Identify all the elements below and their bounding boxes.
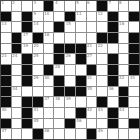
clue-number: 47 <box>2 129 7 133</box>
white-cell-r6c2[interactable]: 24 <box>12 54 22 64</box>
black-cell-r2c3 <box>22 12 32 22</box>
black-cell-r11c3 <box>22 108 32 118</box>
white-cell-r12c2[interactable] <box>12 119 22 129</box>
white-cell-r1c1[interactable]: 1 <box>1 1 11 11</box>
white-cell-r1c13[interactable] <box>129 1 139 11</box>
black-cell-r5c2 <box>12 44 22 54</box>
white-cell-r8c4[interactable]: 29 <box>33 76 43 86</box>
clue-number: 34 <box>12 87 17 91</box>
white-cell-r7c12[interactable] <box>119 65 129 75</box>
black-cell-r7c1 <box>1 65 11 75</box>
clue-number: 23 <box>2 54 7 58</box>
white-cell-r9c3[interactable] <box>22 87 32 97</box>
white-cell-r11c4[interactable]: 41 <box>33 108 43 118</box>
white-cell-r8c7[interactable] <box>65 76 75 86</box>
black-cell-r9c6 <box>54 87 64 97</box>
white-cell-r1c11[interactable]: 7 <box>108 1 118 11</box>
white-cell-r13c7[interactable] <box>65 129 75 139</box>
black-cell-r1c10 <box>97 1 107 11</box>
black-cell-r7c5 <box>44 65 54 75</box>
white-cell-r8c12[interactable]: 32 <box>119 76 129 86</box>
white-cell-r1c8[interactable]: 5 <box>76 1 86 11</box>
white-cell-r4c12[interactable] <box>119 33 129 43</box>
clue-number: 10 <box>44 12 49 16</box>
black-cell-r2c1 <box>1 12 11 22</box>
white-cell-r13c2[interactable] <box>12 129 22 139</box>
black-cell-r7c13 <box>129 65 139 75</box>
black-cell-r8c8 <box>76 76 86 86</box>
white-cell-r3c13[interactable] <box>129 22 139 32</box>
white-cell-r1c2[interactable]: 2 <box>12 1 22 11</box>
black-cell-r4c11 <box>108 33 118 43</box>
black-cell-r13c4 <box>33 129 43 139</box>
clue-number: 8 <box>119 1 122 5</box>
white-cell-r9c13[interactable] <box>129 87 139 97</box>
clue-number: 1 <box>2 1 5 5</box>
white-cell-r13c1[interactable]: 47 <box>1 129 11 139</box>
white-cell-r10c5[interactable]: 37 <box>44 97 54 107</box>
clue-number: 40 <box>2 108 7 112</box>
white-cell-r13c12[interactable] <box>119 129 129 139</box>
black-cell-r5c13 <box>129 44 139 54</box>
white-cell-r12c9[interactable] <box>87 119 97 129</box>
white-cell-r3c12[interactable]: 16 <box>119 22 129 32</box>
white-cell-r9c5[interactable] <box>44 87 54 97</box>
white-cell-r11c2[interactable] <box>12 108 22 118</box>
black-cell-r3c6 <box>54 22 64 32</box>
white-cell-r9c4[interactable] <box>33 87 43 97</box>
clue-number: 26 <box>66 54 71 58</box>
black-cell-r9c8 <box>76 87 86 97</box>
clue-number: 33 <box>130 76 135 80</box>
white-cell-r1c6[interactable]: 4 <box>54 1 64 11</box>
white-cell-r2c9[interactable] <box>87 12 97 22</box>
white-cell-r4c3[interactable]: 17 <box>22 33 32 43</box>
clue-number: 15 <box>66 22 71 26</box>
white-cell-r3c9[interactable] <box>87 22 97 32</box>
white-cell-r12c8[interactable]: 46 <box>76 119 86 129</box>
white-cell-r5c11[interactable] <box>108 44 118 54</box>
white-cell-r10c7[interactable]: 39 <box>65 97 75 107</box>
black-cell-r7c3 <box>22 65 32 75</box>
white-cell-r11c13[interactable] <box>129 108 139 118</box>
black-cell-r4c13 <box>129 33 139 43</box>
white-cell-r6c7[interactable]: 26 <box>65 54 75 64</box>
clue-number: 9 <box>34 12 37 16</box>
clue-number: 16 <box>119 22 124 26</box>
clue-number: 13 <box>2 22 7 26</box>
white-cell-r2c12[interactable] <box>119 12 129 22</box>
white-cell-r12c12[interactable] <box>119 119 129 129</box>
black-cell-r2c13 <box>129 12 139 22</box>
clue-number: 22 <box>98 44 103 48</box>
black-cell-r3c11 <box>108 22 118 32</box>
black-cell-r6c13 <box>129 54 139 64</box>
clue-number: 20 <box>34 44 39 48</box>
white-cell-r5c3[interactable]: 19 <box>22 44 32 54</box>
white-cell-r3c7[interactable]: 15 <box>65 22 75 32</box>
clue-number: 32 <box>119 76 124 80</box>
white-cell-r2c2[interactable] <box>12 12 22 22</box>
white-cell-r4c6[interactable] <box>54 33 64 43</box>
white-cell-r1c7[interactable] <box>65 1 75 11</box>
white-cell-r12c6[interactable] <box>54 119 64 129</box>
clue-number: 4 <box>55 1 58 5</box>
white-cell-r4c1[interactable] <box>1 33 11 43</box>
white-cell-r4c5[interactable]: 18 <box>44 33 54 43</box>
white-cell-r13c3[interactable] <box>22 129 32 139</box>
clue-number: 45 <box>34 119 39 123</box>
black-cell-r2c7 <box>65 12 75 22</box>
clue-number: 25 <box>34 54 39 58</box>
black-cell-r2c11 <box>108 12 118 22</box>
black-cell-r5c6 <box>54 44 64 54</box>
white-cell-r3c2[interactable] <box>12 22 22 32</box>
white-cell-r7c4[interactable] <box>33 65 43 75</box>
black-cell-r8c11 <box>108 76 118 86</box>
clue-number: 5 <box>76 1 79 5</box>
white-cell-r9c10[interactable] <box>97 87 107 97</box>
black-cell-r4c10 <box>97 33 107 43</box>
white-cell-r12c5[interactable] <box>44 119 54 129</box>
white-cell-r4c9[interactable] <box>87 33 97 43</box>
black-cell-r10c10 <box>97 97 107 107</box>
white-cell-r1c3[interactable] <box>22 1 32 11</box>
clue-number: 37 <box>44 97 49 101</box>
white-cell-r13c5[interactable]: 48 <box>44 129 54 139</box>
white-cell-r5c10[interactable]: 22 <box>97 44 107 54</box>
black-cell-r7c9 <box>87 65 97 75</box>
white-cell-r1c12[interactable]: 8 <box>119 1 129 11</box>
white-cell-r3c4[interactable]: 14 <box>33 22 43 32</box>
white-cell-r11c6[interactable] <box>54 108 64 118</box>
black-cell-r6c6 <box>54 54 64 64</box>
clue-number: 35 <box>87 87 92 91</box>
white-cell-r13c6[interactable] <box>54 129 64 139</box>
black-cell-r10c4 <box>33 97 43 107</box>
clue-number: 48 <box>44 129 49 133</box>
white-cell-r2c8[interactable]: 11 <box>76 12 86 22</box>
white-cell-r9c9[interactable]: 35 <box>87 87 97 97</box>
white-cell-r2c5[interactable]: 10 <box>44 12 54 22</box>
black-cell-r7c11 <box>108 65 118 75</box>
white-cell-r11c12[interactable]: 44 <box>119 108 129 118</box>
white-cell-r12c4[interactable]: 45 <box>33 119 43 129</box>
black-cell-r13c9 <box>87 129 97 139</box>
white-cell-r6c1[interactable]: 23 <box>1 54 11 64</box>
white-cell-r6c5[interactable] <box>44 54 54 64</box>
black-cell-r10c1 <box>1 97 11 107</box>
white-cell-r11c5[interactable] <box>44 108 54 118</box>
white-cell-r11c7[interactable] <box>65 108 75 118</box>
crossword-grid: 1234567891011121314151617181920212223242… <box>0 0 140 140</box>
white-cell-r6c9[interactable]: 27 <box>87 54 97 64</box>
clue-number: 21 <box>87 44 92 48</box>
white-cell-r7c10[interactable] <box>97 65 107 75</box>
clue-number: 27 <box>87 54 92 58</box>
white-cell-r6c10[interactable] <box>97 54 107 64</box>
white-cell-r7c2[interactable] <box>12 65 22 75</box>
white-cell-r13c8[interactable] <box>76 129 86 139</box>
clue-number: 39 <box>66 97 71 101</box>
black-cell-r1c5 <box>44 1 54 11</box>
black-cell-r6c3 <box>22 54 32 64</box>
clue-number: 46 <box>76 119 81 123</box>
black-cell-r8c1 <box>1 76 11 86</box>
white-cell-r3c5[interactable] <box>44 22 54 32</box>
clue-number: 29 <box>34 76 39 80</box>
white-cell-r10c6[interactable]: 38 <box>54 97 64 107</box>
white-cell-r1c9[interactable]: 6 <box>87 1 97 11</box>
black-cell-r3c3 <box>22 22 32 32</box>
white-cell-r10c2[interactable] <box>12 97 22 107</box>
clue-number: 41 <box>34 108 39 112</box>
clue-number: 36 <box>108 87 113 91</box>
white-cell-r8c2[interactable] <box>12 76 22 86</box>
black-cell-r9c12 <box>119 87 129 97</box>
black-cell-r4c2 <box>12 33 22 43</box>
black-cell-r10c3 <box>22 97 32 107</box>
clue-number: 28 <box>55 65 60 69</box>
clue-number: 24 <box>12 54 17 58</box>
clue-number: 44 <box>119 108 124 112</box>
white-cell-r1c4[interactable]: 3 <box>33 1 43 11</box>
clue-number: 14 <box>34 22 39 26</box>
black-cell-r8c3 <box>22 76 32 86</box>
white-cell-r10c8[interactable] <box>76 97 86 107</box>
white-cell-r2c4[interactable]: 9 <box>33 12 43 22</box>
clue-number: 31 <box>87 76 92 80</box>
white-cell-r5c4[interactable]: 20 <box>33 44 43 54</box>
black-cell-r9c7 <box>65 87 75 97</box>
white-cell-r5c9[interactable]: 21 <box>87 44 97 54</box>
clue-number: 3 <box>34 1 37 5</box>
white-cell-r10c9[interactable] <box>87 97 97 107</box>
white-cell-r8c9[interactable]: 31 <box>87 76 97 86</box>
white-cell-r3c8[interactable] <box>76 22 86 32</box>
black-cell-r12c3 <box>22 119 32 129</box>
clue-number: 2 <box>12 1 15 5</box>
white-cell-r7c7[interactable] <box>65 65 75 75</box>
white-cell-r8c5[interactable]: 30 <box>44 76 54 86</box>
clue-number: 7 <box>108 1 111 5</box>
white-cell-r11c10[interactable]: 43 <box>97 108 107 118</box>
white-cell-r13c11[interactable] <box>108 129 118 139</box>
clue-number: 42 <box>87 108 92 112</box>
white-cell-r12c10[interactable] <box>97 119 107 129</box>
black-cell-r5c8 <box>76 44 86 54</box>
clue-number: 17 <box>23 33 28 37</box>
white-cell-r11c1[interactable]: 40 <box>1 108 11 118</box>
white-cell-r10c11[interactable] <box>108 97 118 107</box>
clue-number: 49 <box>98 129 103 133</box>
white-cell-r4c7[interactable] <box>65 33 75 43</box>
white-cell-r10c13[interactable] <box>129 97 139 107</box>
black-cell-r10c12 <box>119 97 129 107</box>
white-cell-r6c4[interactable]: 25 <box>33 54 43 64</box>
white-cell-r6c12[interactable] <box>119 54 129 64</box>
white-cell-r7c8[interactable] <box>76 65 86 75</box>
white-cell-r5c12[interactable] <box>119 44 129 54</box>
black-cell-r6c8 <box>76 54 86 64</box>
black-cell-r11c11 <box>108 108 118 118</box>
black-cell-r12c11 <box>108 119 118 129</box>
white-cell-r7c6[interactable]: 28 <box>54 65 64 75</box>
clue-number: 38 <box>55 97 60 101</box>
black-cell-r12c1 <box>1 119 11 129</box>
white-cell-r13c13[interactable] <box>129 129 139 139</box>
black-cell-r6c11 <box>108 54 118 64</box>
black-cell-r12c7 <box>65 119 75 129</box>
white-cell-r5c5[interactable] <box>44 44 54 54</box>
white-cell-r4c8[interactable] <box>76 33 86 43</box>
clue-number: 30 <box>44 76 49 80</box>
white-cell-r2c10[interactable]: 12 <box>97 12 107 22</box>
white-cell-r3c10[interactable] <box>97 22 107 32</box>
clue-number: 6 <box>87 1 90 5</box>
white-cell-r9c2[interactable]: 34 <box>12 87 22 97</box>
black-cell-r12c13 <box>129 119 139 129</box>
white-cell-r5c1[interactable] <box>1 44 11 54</box>
clue-number: 19 <box>23 44 28 48</box>
white-cell-r3c1[interactable]: 13 <box>1 22 11 32</box>
clue-number: 11 <box>76 12 81 16</box>
white-cell-r13c10[interactable]: 49 <box>97 129 107 139</box>
white-cell-r8c10[interactable] <box>97 76 107 86</box>
black-cell-r11c8 <box>76 108 86 118</box>
white-cell-r9c11[interactable]: 36 <box>108 87 118 97</box>
white-cell-r11c9[interactable]: 42 <box>87 108 97 118</box>
black-cell-r8c6 <box>54 76 64 86</box>
black-cell-r9c1 <box>1 87 11 97</box>
clue-number: 18 <box>44 33 49 37</box>
black-cell-r5c7 <box>65 44 75 54</box>
white-cell-r2c6[interactable] <box>54 12 64 22</box>
white-cell-r8c13[interactable]: 33 <box>129 76 139 86</box>
clue-number: 43 <box>98 108 103 112</box>
black-cell-r4c4 <box>33 33 43 43</box>
clue-number: 12 <box>98 12 103 16</box>
